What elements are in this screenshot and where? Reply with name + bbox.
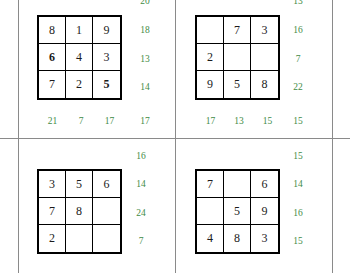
page-divider-vertical-left [18, 0, 19, 273]
grid-cell: 6 [93, 171, 120, 198]
puzzle-grid: 7 6 5 9 4 8 3 [195, 169, 280, 254]
puzzle-grid: 3 5 6 7 8 2 [37, 169, 122, 254]
grid-cell: 9 [93, 17, 120, 44]
grid-cell [197, 17, 224, 44]
page-divider-horizontal [0, 138, 350, 139]
grid-cell [197, 198, 224, 225]
grid-cell: 8 [66, 198, 93, 225]
worksheet-page: 20 8 1 9 6 4 3 7 2 5 18 13 14 21 7 17 17… [0, 0, 350, 273]
row-sum: 22 [286, 81, 310, 93]
column-sum: 7 [67, 115, 96, 127]
column-sum: 17 [95, 115, 124, 127]
row-sum: 14 [133, 81, 157, 93]
page-divider-vertical-middle [175, 0, 176, 273]
grid-cell: 1 [66, 17, 93, 44]
grid-cell: 3 [39, 171, 66, 198]
row-sum: 7 [129, 235, 153, 247]
row-sum: 7 [286, 53, 310, 65]
column-sum: 13 [225, 115, 254, 127]
diagonal-sum-top: 16 [129, 150, 153, 162]
row-sum: 14 [286, 178, 310, 190]
grid-cell: 5 [224, 71, 251, 98]
row-sum: 15 [286, 235, 310, 247]
diagonal-sum-bottom: 15 [286, 115, 310, 127]
grid-cell: 7 [39, 71, 66, 98]
grid-cell: 6 [251, 171, 278, 198]
grid-cell: 3 [251, 225, 278, 252]
grid-cell: 6 [39, 44, 66, 71]
diagonal-sum-top: 20 [133, 0, 157, 7]
grid-cell: 4 [66, 44, 93, 71]
grid-cell: 9 [197, 71, 224, 98]
grid-cell: 4 [197, 225, 224, 252]
grid-cell: 2 [66, 71, 93, 98]
grid-cell: 9 [251, 198, 278, 225]
grid-cell [93, 225, 120, 252]
column-sum: 15 [253, 115, 282, 127]
grid-cell: 5 [93, 71, 120, 98]
grid-cell [93, 198, 120, 225]
grid-cell: 8 [39, 17, 66, 44]
grid-cell: 8 [251, 71, 278, 98]
grid-cell: 3 [251, 17, 278, 44]
row-sum: 24 [129, 207, 153, 219]
row-sum: 14 [129, 178, 153, 190]
grid-cell: 5 [66, 171, 93, 198]
row-sum: 13 [133, 53, 157, 65]
row-sum: 16 [286, 207, 310, 219]
puzzle-grid: 8 1 9 6 4 3 7 2 5 [37, 15, 122, 100]
grid-cell: 7 [197, 171, 224, 198]
grid-cell: 5 [224, 198, 251, 225]
grid-cell: 2 [39, 225, 66, 252]
grid-cell [224, 171, 251, 198]
diagonal-sum-bottom: 17 [133, 115, 157, 127]
column-sum: 17 [196, 115, 225, 127]
page-divider-vertical-right [332, 0, 333, 273]
grid-cell: 7 [39, 198, 66, 225]
grid-cell [66, 225, 93, 252]
grid-cell: 2 [197, 44, 224, 71]
diagonal-sum-top: 15 [286, 150, 310, 162]
puzzle-grid: 7 3 2 9 5 8 [195, 15, 280, 100]
grid-cell: 3 [93, 44, 120, 71]
grid-cell [224, 44, 251, 71]
row-sum: 16 [286, 24, 310, 36]
grid-cell: 8 [224, 225, 251, 252]
grid-cell: 7 [224, 17, 251, 44]
column-sum: 21 [38, 115, 67, 127]
diagonal-sum-top: 13 [286, 0, 310, 7]
row-sum: 18 [133, 24, 157, 36]
grid-cell [251, 44, 278, 71]
